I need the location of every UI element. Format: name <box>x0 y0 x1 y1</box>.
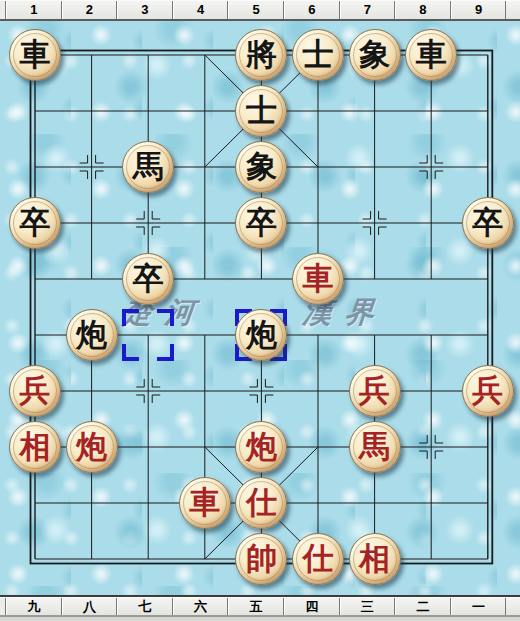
file-label-bottom-6: 四 <box>284 598 340 615</box>
piece-glyph: 卒 <box>20 207 51 238</box>
piece-black-soldier[interactable]: 卒 <box>235 197 287 249</box>
piece-glyph: 士 <box>303 39 334 70</box>
piece-glyph: 炮 <box>76 431 107 462</box>
piece-glyph: 車 <box>189 487 220 518</box>
piece-black-advisor[interactable]: 士 <box>235 85 287 137</box>
piece-black-elephant[interactable]: 象 <box>235 141 287 193</box>
piece-red-cannon[interactable]: 炮 <box>235 421 287 473</box>
last-move-from-marker <box>122 309 174 361</box>
piece-red-advisor[interactable]: 仕 <box>235 477 287 529</box>
piece-black-horse[interactable]: 馬 <box>122 141 174 193</box>
piece-black-general[interactable]: 將 <box>235 29 287 81</box>
piece-glyph: 炮 <box>246 319 277 350</box>
piece-glyph: 將 <box>246 39 277 70</box>
piece-red-soldier[interactable]: 兵 <box>462 365 514 417</box>
file-label-bottom-2: 八 <box>62 598 118 615</box>
file-label-bottom-7: 三 <box>340 598 396 615</box>
file-label-bottom-9: 一 <box>451 598 507 615</box>
header-cap <box>506 598 520 615</box>
piece-black-advisor[interactable]: 士 <box>292 29 344 81</box>
file-label-top-7: 7 <box>340 1 396 19</box>
piece-glyph: 仕 <box>303 543 334 574</box>
file-label-top-5: 5 <box>228 1 284 19</box>
file-label-top-9: 9 <box>451 1 507 19</box>
piece-glyph: 卒 <box>472 207 503 238</box>
header-cap <box>506 1 520 19</box>
piece-red-elephant[interactable]: 相 <box>9 421 61 473</box>
file-label-bottom-4: 六 <box>173 598 229 615</box>
piece-glyph: 馬 <box>133 151 164 182</box>
top-file-labels-bar: 123456789 <box>0 0 520 21</box>
piece-red-chariot[interactable]: 車 <box>292 253 344 305</box>
piece-glyph: 卒 <box>246 207 277 238</box>
piece-glyph: 卒 <box>133 263 164 294</box>
piece-glyph: 象 <box>246 151 277 182</box>
piece-black-chariot[interactable]: 車 <box>405 29 457 81</box>
piece-glyph: 車 <box>303 263 334 294</box>
piece-black-cannon[interactable]: 炮 <box>66 309 118 361</box>
file-label-bottom-5: 五 <box>228 598 284 615</box>
piece-glyph: 仕 <box>246 487 277 518</box>
piece-glyph: 象 <box>359 39 390 70</box>
file-label-top-6: 6 <box>284 1 340 19</box>
piece-red-soldier[interactable]: 兵 <box>9 365 61 417</box>
piece-glyph: 士 <box>246 95 277 126</box>
piece-glyph: 相 <box>359 543 390 574</box>
piece-black-soldier[interactable]: 卒 <box>9 197 61 249</box>
piece-glyph: 兵 <box>472 375 503 406</box>
piece-black-soldier[interactable]: 卒 <box>462 197 514 249</box>
piece-black-elephant[interactable]: 象 <box>349 29 401 81</box>
file-label-bottom-3: 七 <box>117 598 173 615</box>
piece-red-elephant[interactable]: 相 <box>349 533 401 585</box>
piece-red-horse[interactable]: 馬 <box>349 421 401 473</box>
piece-black-soldier[interactable]: 卒 <box>122 253 174 305</box>
piece-red-soldier[interactable]: 兵 <box>349 365 401 417</box>
piece-glyph: 兵 <box>20 375 51 406</box>
piece-red-cannon[interactable]: 炮 <box>66 421 118 473</box>
piece-red-chariot[interactable]: 車 <box>179 477 231 529</box>
piece-glyph: 炮 <box>76 319 107 350</box>
xiangqi-app-window: 123456789 楚河 漢界 車將士象車士馬象卒卒卒卒炮炮車兵兵兵相炮炮馬車仕… <box>0 0 520 621</box>
piece-black-cannon[interactable]: 炮 <box>235 309 287 361</box>
piece-red-advisor[interactable]: 仕 <box>292 533 344 585</box>
file-label-bottom-1: 九 <box>6 598 62 615</box>
file-label-top-2: 2 <box>62 1 118 19</box>
file-label-top-4: 4 <box>173 1 229 19</box>
piece-glyph: 兵 <box>359 375 390 406</box>
piece-glyph: 馬 <box>359 431 390 462</box>
file-label-bottom-8: 二 <box>395 598 451 615</box>
piece-black-chariot[interactable]: 車 <box>9 29 61 81</box>
piece-glyph: 炮 <box>246 431 277 462</box>
file-label-top-1: 1 <box>6 1 62 19</box>
xiangqi-board[interactable]: 楚河 漢界 車將士象車士馬象卒卒卒卒炮炮車兵兵兵相炮炮馬車仕帥仕相 <box>0 21 520 597</box>
piece-glyph: 相 <box>20 431 51 462</box>
file-label-top-3: 3 <box>117 1 173 19</box>
piece-glyph: 車 <box>20 39 51 70</box>
piece-red-general[interactable]: 帥 <box>235 533 287 585</box>
window-bottom-strip <box>0 617 520 621</box>
bottom-file-labels-bar: 九八七六五四三二一 <box>0 597 520 617</box>
file-label-top-8: 8 <box>395 1 451 19</box>
piece-glyph: 車 <box>416 39 447 70</box>
piece-glyph: 帥 <box>246 543 277 574</box>
